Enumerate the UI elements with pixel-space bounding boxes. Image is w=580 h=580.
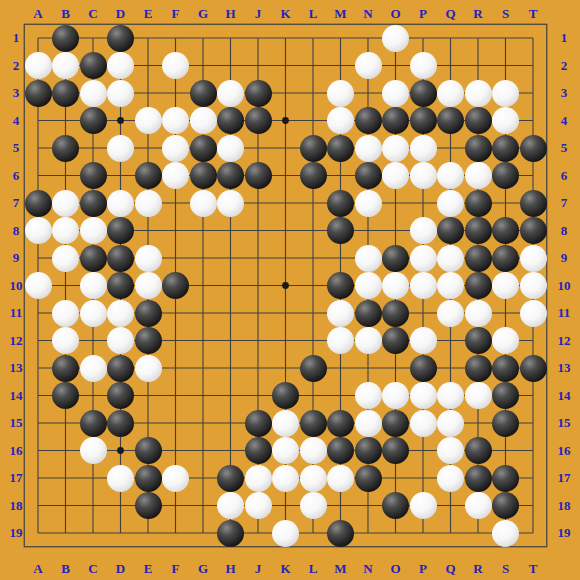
stone-white [80, 300, 107, 327]
coordinate-label: M [330, 560, 352, 578]
stone-white [382, 135, 409, 162]
stone-white [437, 245, 464, 272]
stone-white [52, 300, 79, 327]
coordinate-label: 12 [551, 332, 577, 350]
stone-white [107, 300, 134, 327]
star-point [282, 282, 289, 289]
coordinate-label: 14 [551, 387, 577, 405]
stone-black [410, 80, 437, 107]
stone-black [465, 465, 492, 492]
stone-black [80, 107, 107, 134]
stone-black [437, 217, 464, 244]
coordinate-label: 17 [3, 469, 29, 487]
stone-black [135, 300, 162, 327]
coordinate-label: 13 [551, 359, 577, 377]
stone-black [52, 355, 79, 382]
coordinate-label: C [82, 560, 104, 578]
stone-white [162, 135, 189, 162]
stone-black [300, 135, 327, 162]
stone-black [355, 437, 382, 464]
coordinate-label: 3 [551, 84, 577, 102]
coordinate-label: R [467, 5, 489, 23]
coordinate-label: P [412, 5, 434, 23]
stone-white [355, 190, 382, 217]
stone-white [107, 52, 134, 79]
stone-white [80, 437, 107, 464]
coordinate-label: 8 [551, 222, 577, 240]
stone-white [80, 355, 107, 382]
stone-white [355, 52, 382, 79]
stone-black [245, 162, 272, 189]
stone-black [492, 245, 519, 272]
stone-white [327, 80, 354, 107]
stone-black [107, 217, 134, 244]
stone-white [52, 327, 79, 354]
coordinate-label: J [247, 5, 269, 23]
stone-white [410, 162, 437, 189]
stone-white [465, 162, 492, 189]
stone-black [382, 245, 409, 272]
stone-white [355, 382, 382, 409]
coordinate-label: 18 [551, 497, 577, 515]
stone-black [355, 300, 382, 327]
coordinate-label: 5 [551, 139, 577, 157]
stone-white [162, 465, 189, 492]
coordinate-label: G [192, 5, 214, 23]
stone-black [327, 217, 354, 244]
stone-white [135, 245, 162, 272]
stone-white [410, 52, 437, 79]
coordinate-label: 10 [551, 277, 577, 295]
coordinate-label: C [82, 5, 104, 23]
stone-white [437, 410, 464, 437]
coordinate-label: 6 [551, 167, 577, 185]
coordinate-label: 17 [551, 469, 577, 487]
coordinate-label: 1 [3, 29, 29, 47]
coordinate-label: E [137, 560, 159, 578]
stone-white [217, 135, 244, 162]
stone-black [465, 437, 492, 464]
stone-white [492, 80, 519, 107]
stone-black [465, 272, 492, 299]
stone-white [80, 217, 107, 244]
stone-black [327, 135, 354, 162]
coordinate-label: N [357, 5, 379, 23]
stone-white [272, 520, 299, 547]
stone-black [492, 355, 519, 382]
coordinate-label: 19 [551, 524, 577, 542]
stone-black [135, 492, 162, 519]
stone-white [135, 272, 162, 299]
stone-white [107, 190, 134, 217]
coordinate-label: L [302, 5, 324, 23]
stone-black [465, 355, 492, 382]
stone-black [492, 217, 519, 244]
coordinate-label: 15 [3, 414, 29, 432]
stone-white [107, 135, 134, 162]
stone-black [465, 107, 492, 134]
stone-black [327, 437, 354, 464]
stone-white [437, 272, 464, 299]
stone-black [300, 355, 327, 382]
coordinate-label: 19 [3, 524, 29, 542]
coordinate-label: 11 [551, 304, 577, 322]
stone-black [355, 162, 382, 189]
stone-black [135, 162, 162, 189]
stone-white [327, 107, 354, 134]
stone-black [382, 437, 409, 464]
stone-black [107, 410, 134, 437]
stone-white [190, 190, 217, 217]
coordinate-label: 11 [3, 304, 29, 322]
coordinate-label: 9 [3, 249, 29, 267]
stone-black [355, 107, 382, 134]
coordinate-label: Q [440, 5, 462, 23]
stone-white [492, 327, 519, 354]
stone-white [382, 272, 409, 299]
coordinate-label: Q [440, 560, 462, 578]
coordinate-label: T [522, 560, 544, 578]
coordinate-label: O [385, 560, 407, 578]
stone-white [52, 190, 79, 217]
coordinate-label: 16 [551, 442, 577, 460]
stone-black [217, 520, 244, 547]
stone-white [162, 107, 189, 134]
stone-white [52, 217, 79, 244]
coordinate-label: 7 [551, 194, 577, 212]
stone-black [465, 135, 492, 162]
coordinate-label: R [467, 560, 489, 578]
coordinate-label: F [165, 560, 187, 578]
stone-white [217, 492, 244, 519]
stone-black [107, 245, 134, 272]
stone-black [135, 465, 162, 492]
stone-black [25, 190, 52, 217]
stone-white [355, 135, 382, 162]
coordinate-label: E [137, 5, 159, 23]
stone-black [25, 80, 52, 107]
stone-white [190, 107, 217, 134]
stone-black [382, 300, 409, 327]
stone-black [410, 355, 437, 382]
stone-white [107, 465, 134, 492]
stone-black [520, 217, 547, 244]
stone-white [382, 382, 409, 409]
coordinate-label: 18 [3, 497, 29, 515]
coordinate-label: 13 [3, 359, 29, 377]
stone-black [492, 162, 519, 189]
coordinate-label: K [275, 5, 297, 23]
stone-black [520, 190, 547, 217]
stone-black [492, 410, 519, 437]
coordinate-label: 16 [3, 442, 29, 460]
stone-white [25, 272, 52, 299]
stone-white [327, 465, 354, 492]
stone-white [52, 245, 79, 272]
coordinate-label: J [247, 560, 269, 578]
stone-white [492, 272, 519, 299]
stone-black [382, 492, 409, 519]
coordinate-label: F [165, 5, 187, 23]
coordinate-label: 5 [3, 139, 29, 157]
stone-black [80, 190, 107, 217]
star-point [117, 117, 124, 124]
coordinate-label: M [330, 5, 352, 23]
stone-white [410, 245, 437, 272]
coordinate-label: G [192, 560, 214, 578]
stone-white [492, 520, 519, 547]
stone-black [520, 355, 547, 382]
coordinate-label: 15 [551, 414, 577, 432]
stone-white [135, 190, 162, 217]
coordinate-label: S [495, 560, 517, 578]
coordinate-label: D [110, 5, 132, 23]
stone-white [410, 492, 437, 519]
stone-white [382, 162, 409, 189]
stone-white [437, 162, 464, 189]
stone-white [162, 52, 189, 79]
stone-black [190, 162, 217, 189]
stone-white [410, 327, 437, 354]
stone-white [410, 410, 437, 437]
stone-black [355, 465, 382, 492]
stone-white [217, 190, 244, 217]
stone-black [272, 382, 299, 409]
stone-black [300, 410, 327, 437]
stone-white [272, 410, 299, 437]
coordinate-label: D [110, 560, 132, 578]
stone-white [520, 272, 547, 299]
stone-white [135, 355, 162, 382]
coordinate-label: H [220, 560, 242, 578]
coordinate-label: 4 [3, 112, 29, 130]
stone-white [107, 327, 134, 354]
stone-black [520, 135, 547, 162]
stone-white [437, 437, 464, 464]
stone-black [492, 382, 519, 409]
coordinate-label: A [27, 560, 49, 578]
stone-black [135, 327, 162, 354]
coordinate-label: P [412, 560, 434, 578]
coordinate-label: 4 [551, 112, 577, 130]
stone-black [327, 520, 354, 547]
stone-white [437, 80, 464, 107]
coordinate-label: N [357, 560, 379, 578]
stone-black [80, 162, 107, 189]
stone-black [465, 190, 492, 217]
coordinate-label: B [55, 560, 77, 578]
stone-white [107, 80, 134, 107]
stone-white [300, 492, 327, 519]
stone-white [465, 80, 492, 107]
stone-black [107, 355, 134, 382]
stone-black [327, 272, 354, 299]
stone-black [245, 410, 272, 437]
stone-black [492, 465, 519, 492]
stone-white [217, 80, 244, 107]
stone-white [437, 465, 464, 492]
stone-white [492, 107, 519, 134]
stone-black [465, 245, 492, 272]
stone-white [437, 382, 464, 409]
stone-white [355, 245, 382, 272]
coordinate-label: H [220, 5, 242, 23]
coordinate-label: O [385, 5, 407, 23]
stone-white [437, 190, 464, 217]
stone-black [410, 107, 437, 134]
stone-black [245, 437, 272, 464]
stone-black [382, 107, 409, 134]
stone-black [245, 80, 272, 107]
stone-black [107, 272, 134, 299]
stone-black [217, 162, 244, 189]
stone-white [327, 300, 354, 327]
stone-white [465, 492, 492, 519]
stone-white [80, 80, 107, 107]
stone-white [437, 300, 464, 327]
coordinate-label: S [495, 5, 517, 23]
coordinate-label: K [275, 560, 297, 578]
coordinate-label: 2 [551, 57, 577, 75]
stone-black [107, 25, 134, 52]
coordinate-label: T [522, 5, 544, 23]
coordinate-label: A [27, 5, 49, 23]
stone-black [80, 52, 107, 79]
stone-white [80, 272, 107, 299]
stone-white [355, 272, 382, 299]
stone-white [382, 25, 409, 52]
stone-black [52, 25, 79, 52]
stone-white [245, 465, 272, 492]
coordinate-label: 6 [3, 167, 29, 185]
stone-black [135, 437, 162, 464]
star-point [282, 117, 289, 124]
stone-white [382, 80, 409, 107]
stone-black [80, 245, 107, 272]
stone-black [300, 162, 327, 189]
stone-white [25, 217, 52, 244]
coordinate-label: L [302, 560, 324, 578]
coordinate-label: 1 [551, 29, 577, 47]
stone-white [520, 245, 547, 272]
stone-black [245, 107, 272, 134]
coordinate-label: 12 [3, 332, 29, 350]
stone-black [327, 190, 354, 217]
stone-white [162, 162, 189, 189]
stone-black [382, 327, 409, 354]
stone-white [465, 382, 492, 409]
stone-white [245, 492, 272, 519]
stone-black [80, 410, 107, 437]
coordinate-label: 9 [551, 249, 577, 267]
stone-black [107, 382, 134, 409]
stone-black [327, 410, 354, 437]
stone-white [135, 107, 162, 134]
stone-white [465, 300, 492, 327]
stone-black [465, 327, 492, 354]
stone-white [300, 437, 327, 464]
stone-white [52, 52, 79, 79]
stone-black [437, 107, 464, 134]
stone-white [355, 410, 382, 437]
coordinate-label: 14 [3, 387, 29, 405]
stone-black [162, 272, 189, 299]
stone-white [272, 437, 299, 464]
stone-black [492, 135, 519, 162]
stone-black [465, 217, 492, 244]
stone-black [52, 80, 79, 107]
stone-white [410, 272, 437, 299]
go-board[interactable]: AABBCCDDEEFFGGHHJJKKLLMMNNOOPPQQRRSSTT11… [0, 0, 580, 580]
stone-white [25, 52, 52, 79]
stone-white [520, 300, 547, 327]
stone-black [217, 465, 244, 492]
stone-black [52, 382, 79, 409]
coordinate-label: B [55, 5, 77, 23]
star-point [117, 447, 124, 454]
stone-white [300, 465, 327, 492]
stone-white [327, 327, 354, 354]
stone-black [492, 492, 519, 519]
stone-black [52, 135, 79, 162]
stone-white [410, 135, 437, 162]
stone-black [217, 107, 244, 134]
stone-black [190, 135, 217, 162]
stone-white [410, 217, 437, 244]
stone-white [410, 382, 437, 409]
stone-black [382, 410, 409, 437]
stone-black [190, 80, 217, 107]
stone-white [355, 327, 382, 354]
stone-white [272, 465, 299, 492]
